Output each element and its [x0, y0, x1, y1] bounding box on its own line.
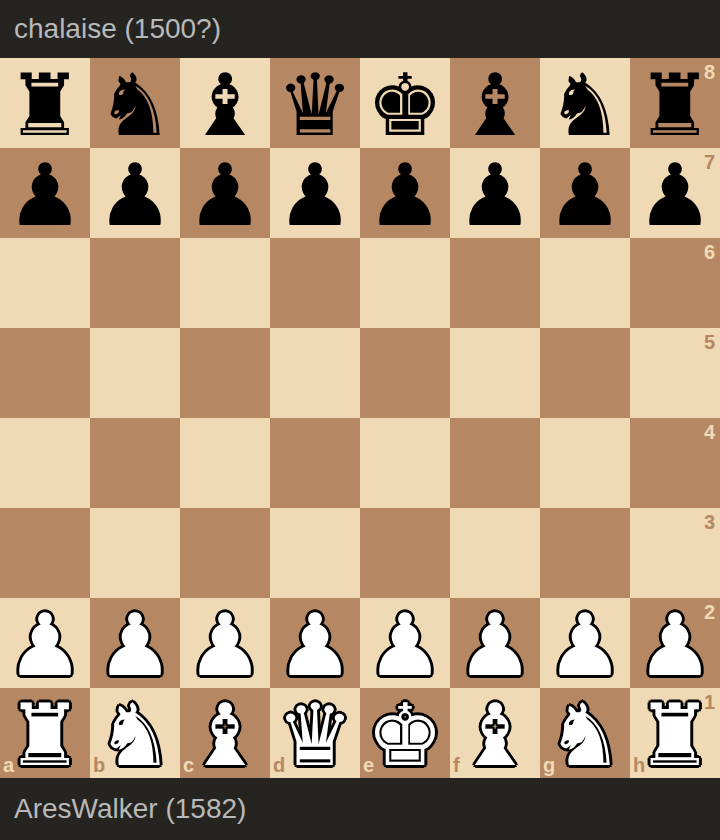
square-b5[interactable]	[90, 328, 180, 418]
square-f1[interactable]: ♝f	[450, 688, 540, 778]
square-b1[interactable]: ♞b	[90, 688, 180, 778]
piece-white-pawn[interactable]: ♟	[360, 600, 450, 690]
square-f7[interactable]: ♟	[450, 148, 540, 238]
piece-black-pawn[interactable]: ♟	[360, 150, 450, 240]
piece-black-bishop[interactable]: ♝	[180, 60, 270, 150]
square-a8[interactable]: ♜	[0, 58, 90, 148]
piece-black-pawn[interactable]: ♟	[270, 150, 360, 240]
chess-board: ♜♞♝♛♚♝♞♜8♟♟♟♟♟♟♟♟76543♟♟♟♟♟♟♟♟2♜a♞b♝c♛d♚…	[0, 58, 720, 778]
square-b4[interactable]	[90, 418, 180, 508]
square-e8[interactable]: ♚	[360, 58, 450, 148]
square-a4[interactable]	[0, 418, 90, 508]
square-d6[interactable]	[270, 238, 360, 328]
square-a6[interactable]	[0, 238, 90, 328]
piece-black-pawn[interactable]: ♟	[450, 150, 540, 240]
piece-black-king[interactable]: ♚	[360, 60, 450, 150]
square-a2[interactable]: ♟	[0, 598, 90, 688]
piece-white-bishop[interactable]: ♝	[450, 690, 540, 780]
square-d1[interactable]: ♛d	[270, 688, 360, 778]
square-a5[interactable]	[0, 328, 90, 418]
piece-white-knight[interactable]: ♞	[90, 690, 180, 780]
bottom-player-bar: AresWalker (1582)	[0, 778, 720, 840]
square-g4[interactable]	[540, 418, 630, 508]
rank-label-5: 5	[704, 332, 715, 352]
square-b7[interactable]: ♟	[90, 148, 180, 238]
square-g6[interactable]	[540, 238, 630, 328]
piece-black-knight[interactable]: ♞	[540, 60, 630, 150]
square-f5[interactable]	[450, 328, 540, 418]
square-h5[interactable]: 5	[630, 328, 720, 418]
square-c3[interactable]	[180, 508, 270, 598]
piece-white-queen[interactable]: ♛	[270, 690, 360, 780]
piece-black-knight[interactable]: ♞	[90, 60, 180, 150]
piece-white-pawn[interactable]: ♟	[630, 600, 720, 690]
square-e7[interactable]: ♟	[360, 148, 450, 238]
square-e1[interactable]: ♚e	[360, 688, 450, 778]
square-h3[interactable]: 3	[630, 508, 720, 598]
square-c5[interactable]	[180, 328, 270, 418]
square-f8[interactable]: ♝	[450, 58, 540, 148]
square-e2[interactable]: ♟	[360, 598, 450, 688]
piece-black-bishop[interactable]: ♝	[450, 60, 540, 150]
piece-black-pawn[interactable]: ♟	[540, 150, 630, 240]
piece-white-knight[interactable]: ♞	[540, 690, 630, 780]
square-b3[interactable]	[90, 508, 180, 598]
piece-white-pawn[interactable]: ♟	[90, 600, 180, 690]
square-e4[interactable]	[360, 418, 450, 508]
piece-white-pawn[interactable]: ♟	[270, 600, 360, 690]
square-h8[interactable]: ♜8	[630, 58, 720, 148]
piece-white-pawn[interactable]: ♟	[0, 600, 90, 690]
square-f2[interactable]: ♟	[450, 598, 540, 688]
square-g7[interactable]: ♟	[540, 148, 630, 238]
piece-white-pawn[interactable]: ♟	[180, 600, 270, 690]
square-d8[interactable]: ♛	[270, 58, 360, 148]
piece-black-queen[interactable]: ♛	[270, 60, 360, 150]
square-h1[interactable]: ♜1h	[630, 688, 720, 778]
square-b2[interactable]: ♟	[90, 598, 180, 688]
square-d5[interactable]	[270, 328, 360, 418]
square-g1[interactable]: ♞g	[540, 688, 630, 778]
square-h7[interactable]: ♟7	[630, 148, 720, 238]
piece-white-bishop[interactable]: ♝	[180, 690, 270, 780]
square-h2[interactable]: ♟2	[630, 598, 720, 688]
piece-black-pawn[interactable]: ♟	[180, 150, 270, 240]
square-c7[interactable]: ♟	[180, 148, 270, 238]
rank-label-3: 3	[704, 512, 715, 532]
rank-label-6: 6	[704, 242, 715, 262]
piece-white-pawn[interactable]: ♟	[540, 600, 630, 690]
piece-black-pawn[interactable]: ♟	[0, 150, 90, 240]
square-c6[interactable]	[180, 238, 270, 328]
square-g3[interactable]	[540, 508, 630, 598]
square-e6[interactable]	[360, 238, 450, 328]
square-d7[interactable]: ♟	[270, 148, 360, 238]
square-h4[interactable]: 4	[630, 418, 720, 508]
square-c2[interactable]: ♟	[180, 598, 270, 688]
square-e5[interactable]	[360, 328, 450, 418]
square-d2[interactable]: ♟	[270, 598, 360, 688]
square-d4[interactable]	[270, 418, 360, 508]
square-c1[interactable]: ♝c	[180, 688, 270, 778]
piece-white-king[interactable]: ♚	[360, 690, 450, 780]
square-f3[interactable]	[450, 508, 540, 598]
top-player-bar: chalaise (1500?)	[0, 0, 720, 58]
piece-white-rook[interactable]: ♜	[630, 690, 720, 780]
square-g2[interactable]: ♟	[540, 598, 630, 688]
square-c4[interactable]	[180, 418, 270, 508]
bottom-player-label[interactable]: AresWalker (1582)	[14, 793, 246, 825]
piece-black-rook[interactable]: ♜	[630, 60, 720, 150]
rank-label-4: 4	[704, 422, 715, 442]
square-f6[interactable]	[450, 238, 540, 328]
square-g8[interactable]: ♞	[540, 58, 630, 148]
top-player-label[interactable]: chalaise (1500?)	[14, 13, 221, 45]
square-b6[interactable]	[90, 238, 180, 328]
square-h6[interactable]: 6	[630, 238, 720, 328]
piece-white-rook[interactable]: ♜	[0, 690, 90, 780]
square-c8[interactable]: ♝	[180, 58, 270, 148]
square-b8[interactable]: ♞	[90, 58, 180, 148]
square-e3[interactable]	[360, 508, 450, 598]
square-a7[interactable]: ♟	[0, 148, 90, 238]
square-d3[interactable]	[270, 508, 360, 598]
square-a1[interactable]: ♜a	[0, 688, 90, 778]
square-g5[interactable]	[540, 328, 630, 418]
square-a3[interactable]	[0, 508, 90, 598]
piece-black-pawn[interactable]: ♟	[630, 150, 720, 240]
square-f4[interactable]	[450, 418, 540, 508]
piece-black-pawn[interactable]: ♟	[90, 150, 180, 240]
piece-white-pawn[interactable]: ♟	[450, 600, 540, 690]
piece-black-rook[interactable]: ♜	[0, 60, 90, 150]
